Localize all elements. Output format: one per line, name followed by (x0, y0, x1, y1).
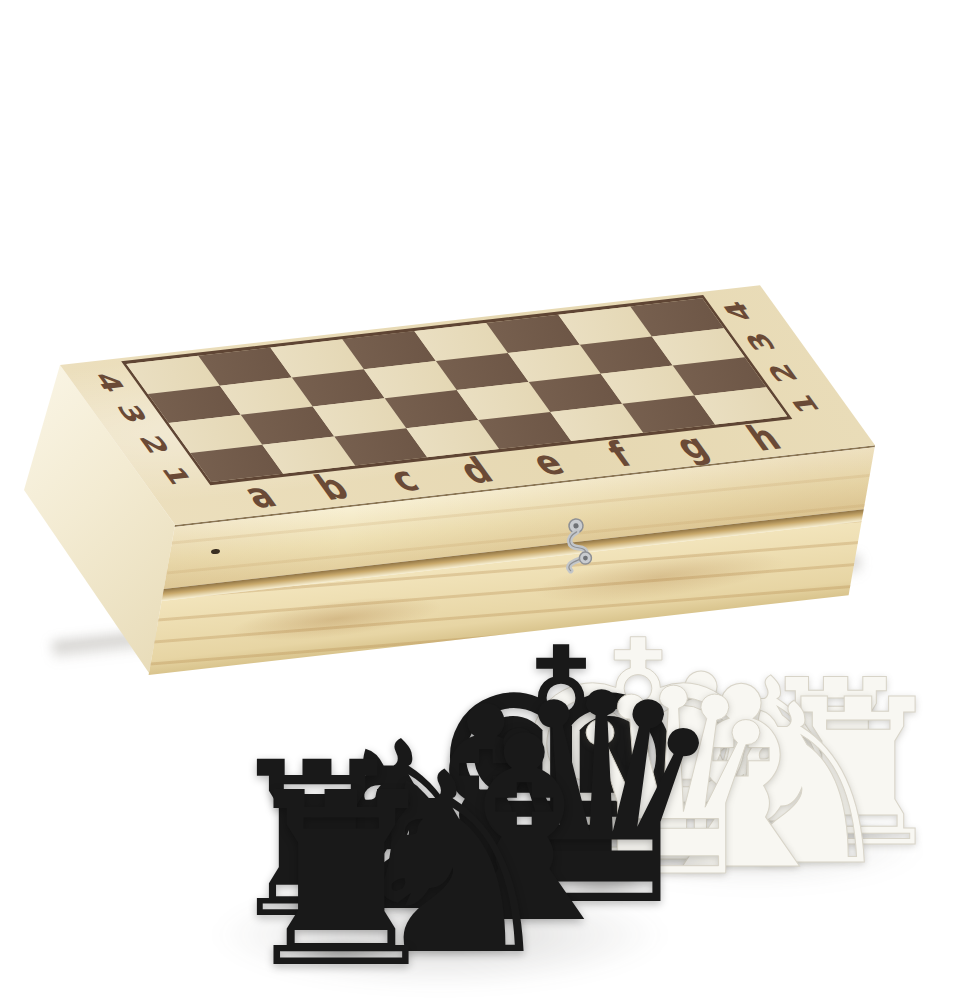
black-rook: ♜ (233, 761, 448, 1000)
metal-clasp-icon (553, 515, 599, 575)
product-photo-stage: 4321 4321 abcdefgh ♜♜♞♞♝♝♚♛♚♛♝♝♞♞♜♜ (0, 0, 975, 1000)
